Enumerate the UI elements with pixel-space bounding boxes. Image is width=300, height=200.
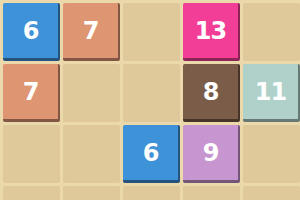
game-viewport: 6713781169 [0, 0, 300, 200]
cell-r1c4: 13 [183, 3, 240, 61]
tile-11[interactable]: 11 [243, 64, 300, 122]
tile-6[interactable]: 6 [123, 125, 180, 183]
tile-8[interactable]: 8 [183, 64, 240, 122]
cell-r2c2 [63, 64, 120, 122]
cell-r3c3: 6 [123, 125, 180, 183]
cell-r4c2 [63, 186, 120, 200]
cell-r3c4: 9 [183, 125, 240, 183]
cell-r2c4: 8 [183, 64, 240, 122]
tile-7[interactable]: 7 [3, 64, 60, 122]
cell-r1c1: 6 [3, 3, 60, 61]
tile-value: 13 [195, 19, 226, 43]
cell-r2c3 [123, 64, 180, 122]
tile-value: 6 [143, 141, 159, 165]
cell-r2c5: 11 [243, 64, 300, 122]
cell-r1c3 [123, 3, 180, 61]
cell-r1c2: 7 [63, 3, 120, 61]
tile-9[interactable]: 9 [183, 125, 240, 183]
cell-r3c5 [243, 125, 300, 183]
tile-13[interactable]: 13 [183, 3, 240, 61]
cell-r4c5 [243, 186, 300, 200]
tile-value: 9 [203, 141, 219, 165]
cell-r3c2 [63, 125, 120, 183]
tile-6[interactable]: 6 [3, 3, 60, 61]
cell-r4c4 [183, 186, 240, 200]
cell-r1c5 [243, 3, 300, 61]
tile-7[interactable]: 7 [63, 3, 120, 61]
tile-value: 11 [255, 80, 286, 104]
cell-r4c1 [3, 186, 60, 200]
cell-r4c3 [123, 186, 180, 200]
tile-value: 6 [23, 19, 39, 43]
tile-value: 8 [203, 80, 219, 104]
cell-r2c1: 7 [3, 64, 60, 122]
tile-grid: 6713781169 [0, 0, 300, 200]
tile-value: 7 [23, 80, 39, 104]
cell-r3c1 [3, 125, 60, 183]
tile-value: 7 [83, 19, 99, 43]
